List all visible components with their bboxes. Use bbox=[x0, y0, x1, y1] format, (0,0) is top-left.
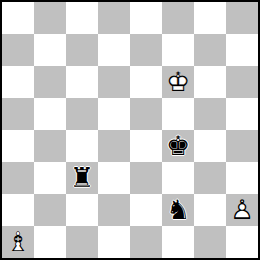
square-d1[interactable] bbox=[98, 226, 130, 258]
square-a4[interactable] bbox=[2, 130, 34, 162]
square-c6[interactable] bbox=[66, 66, 98, 98]
black-rook[interactable]: ♜ bbox=[66, 162, 98, 194]
square-c7[interactable] bbox=[66, 34, 98, 66]
square-h3[interactable] bbox=[226, 162, 258, 194]
square-b8[interactable] bbox=[34, 2, 66, 34]
square-a1[interactable]: ♝♗ bbox=[2, 226, 34, 258]
square-e6[interactable] bbox=[130, 66, 162, 98]
square-g8[interactable] bbox=[194, 2, 226, 34]
square-g6[interactable] bbox=[194, 66, 226, 98]
square-g7[interactable] bbox=[194, 34, 226, 66]
square-h1[interactable] bbox=[226, 226, 258, 258]
square-f3[interactable] bbox=[162, 162, 194, 194]
square-b6[interactable] bbox=[34, 66, 66, 98]
square-g4[interactable] bbox=[194, 130, 226, 162]
square-e4[interactable] bbox=[130, 130, 162, 162]
black-king-glyph: ♚ bbox=[162, 130, 194, 162]
black-knight[interactable]: ♞ bbox=[162, 194, 194, 226]
square-d4[interactable] bbox=[98, 130, 130, 162]
square-a6[interactable] bbox=[2, 66, 34, 98]
square-h2[interactable]: ♟♙ bbox=[226, 194, 258, 226]
square-e1[interactable] bbox=[130, 226, 162, 258]
square-b5[interactable] bbox=[34, 98, 66, 130]
square-d7[interactable] bbox=[98, 34, 130, 66]
white-bishop-glyph: ♗ bbox=[2, 226, 34, 258]
square-d6[interactable] bbox=[98, 66, 130, 98]
square-a7[interactable] bbox=[2, 34, 34, 66]
square-a5[interactable] bbox=[2, 98, 34, 130]
square-h4[interactable] bbox=[226, 130, 258, 162]
square-e5[interactable] bbox=[130, 98, 162, 130]
black-rook-glyph: ♜ bbox=[66, 162, 98, 194]
square-g3[interactable] bbox=[194, 162, 226, 194]
square-c4[interactable] bbox=[66, 130, 98, 162]
square-a2[interactable] bbox=[2, 194, 34, 226]
square-h6[interactable] bbox=[226, 66, 258, 98]
square-f6[interactable]: ♚♔ bbox=[162, 66, 194, 98]
square-b1[interactable] bbox=[34, 226, 66, 258]
square-f7[interactable] bbox=[162, 34, 194, 66]
square-c8[interactable] bbox=[66, 2, 98, 34]
square-b4[interactable] bbox=[34, 130, 66, 162]
square-f8[interactable] bbox=[162, 2, 194, 34]
square-e8[interactable] bbox=[130, 2, 162, 34]
square-f1[interactable] bbox=[162, 226, 194, 258]
square-a8[interactable] bbox=[2, 2, 34, 34]
square-h5[interactable] bbox=[226, 98, 258, 130]
white-king-glyph: ♔ bbox=[162, 66, 194, 98]
chessboard: ♚♔♚♜♞♟♙♝♗ bbox=[0, 0, 260, 260]
white-pawn[interactable]: ♟♙ bbox=[226, 194, 258, 226]
square-c3[interactable]: ♜ bbox=[66, 162, 98, 194]
square-b7[interactable] bbox=[34, 34, 66, 66]
square-e7[interactable] bbox=[130, 34, 162, 66]
square-c5[interactable] bbox=[66, 98, 98, 130]
square-g1[interactable] bbox=[194, 226, 226, 258]
white-pawn-glyph: ♙ bbox=[226, 194, 258, 226]
square-h7[interactable] bbox=[226, 34, 258, 66]
square-d8[interactable] bbox=[98, 2, 130, 34]
square-d3[interactable] bbox=[98, 162, 130, 194]
square-d2[interactable] bbox=[98, 194, 130, 226]
square-g2[interactable] bbox=[194, 194, 226, 226]
square-c2[interactable] bbox=[66, 194, 98, 226]
white-king[interactable]: ♚♔ bbox=[162, 66, 194, 98]
square-h8[interactable] bbox=[226, 2, 258, 34]
square-b2[interactable] bbox=[34, 194, 66, 226]
square-f5[interactable] bbox=[162, 98, 194, 130]
black-king[interactable]: ♚ bbox=[162, 130, 194, 162]
square-b3[interactable] bbox=[34, 162, 66, 194]
black-knight-glyph: ♞ bbox=[162, 194, 194, 226]
square-c1[interactable] bbox=[66, 226, 98, 258]
square-d5[interactable] bbox=[98, 98, 130, 130]
white-bishop[interactable]: ♝♗ bbox=[2, 226, 34, 258]
square-g5[interactable] bbox=[194, 98, 226, 130]
square-e3[interactable] bbox=[130, 162, 162, 194]
square-a3[interactable] bbox=[2, 162, 34, 194]
square-f4[interactable]: ♚ bbox=[162, 130, 194, 162]
square-e2[interactable] bbox=[130, 194, 162, 226]
square-f2[interactable]: ♞ bbox=[162, 194, 194, 226]
